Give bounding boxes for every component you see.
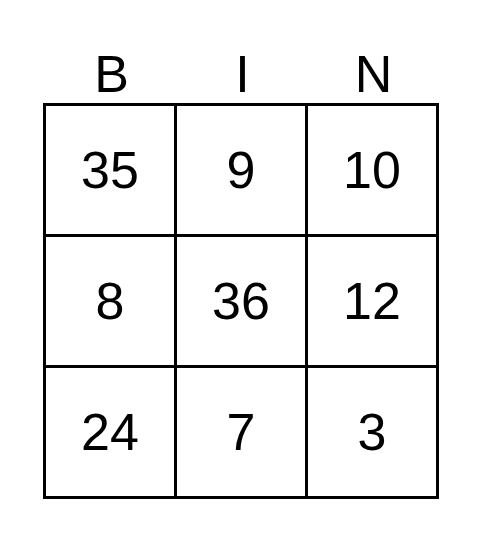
header-row: B I N (46, 45, 439, 103)
column-header-n: N (308, 45, 439, 103)
column-header-i: I (177, 45, 308, 103)
cell-r1c2[interactable]: 12 (308, 237, 439, 368)
bingo-grid: 35 9 10 8 36 12 24 7 3 (43, 103, 439, 499)
cell-r0c1[interactable]: 9 (177, 106, 308, 237)
bingo-card: B I N 35 9 10 8 36 12 24 7 3 (43, 45, 439, 499)
cell-r1c1[interactable]: 36 (177, 237, 308, 368)
cell-r0c0[interactable]: 35 (46, 106, 177, 237)
column-header-b: B (46, 45, 177, 103)
cell-r0c2[interactable]: 10 (308, 106, 439, 237)
cell-r1c0[interactable]: 8 (46, 237, 177, 368)
cell-r2c0[interactable]: 24 (46, 368, 177, 499)
cell-r2c2[interactable]: 3 (308, 368, 439, 499)
cell-r2c1[interactable]: 7 (177, 368, 308, 499)
